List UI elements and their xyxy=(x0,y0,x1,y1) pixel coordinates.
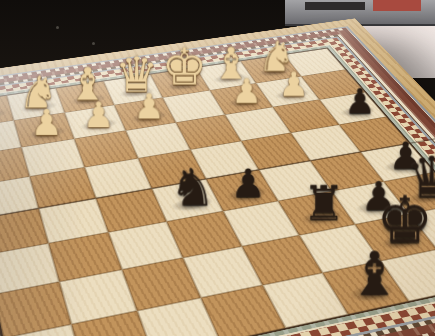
background-object-dark-detail xyxy=(305,2,365,10)
dust-speck xyxy=(56,26,59,29)
black-pawn-glyph: ♟ xyxy=(219,164,277,203)
chessboard-photo: ♜♞♝♛♚♝♞♟♟♟♟♟♟♞♟♟♜♟♛♚♟♝ xyxy=(0,0,435,336)
black-knight-glyph: ♞ xyxy=(163,162,222,213)
black-rook-f6[interactable]: ♜ xyxy=(278,191,355,235)
black-rook-glyph: ♜ xyxy=(294,179,354,227)
dust-speck xyxy=(92,42,95,45)
black-bishop-glyph: ♝ xyxy=(342,244,408,304)
black-knight-d5[interactable]: ♞ xyxy=(152,179,223,222)
background-object-red-detail xyxy=(373,0,421,11)
chess-board: ♜♞♝♛♚♝♞♟♟♟♟♟♟♞♟♟♜♟♛♚♟♝ xyxy=(0,18,435,336)
